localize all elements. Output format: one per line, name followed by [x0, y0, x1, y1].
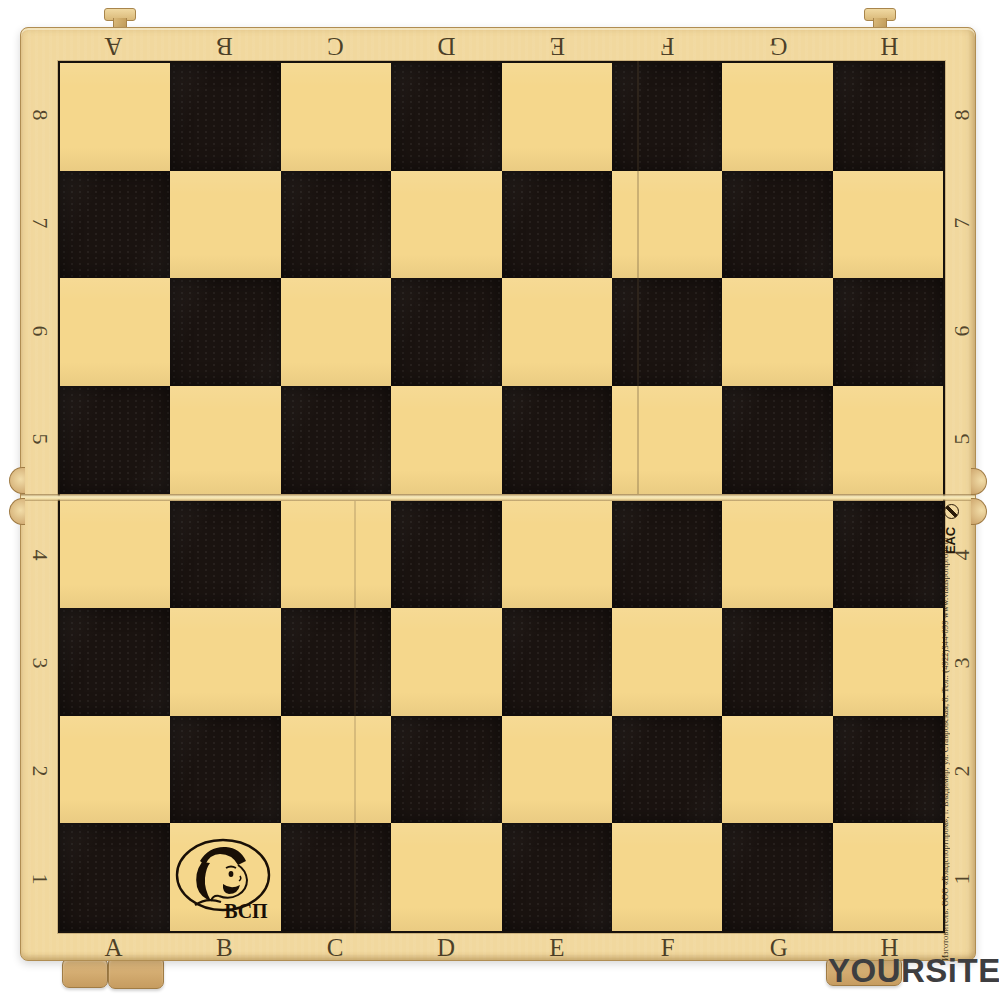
- square-h6[interactable]: [833, 278, 943, 386]
- square-g5[interactable]: [722, 386, 832, 494]
- square-d1[interactable]: [391, 823, 501, 931]
- file-label-top-e: E: [502, 34, 613, 59]
- rank-label-left-2: 2: [29, 765, 51, 776]
- board-photo: ABCDEFGH ABCDEFGH 87654321 87654321 ВСП …: [0, 0, 999, 999]
- square-b4[interactable]: [170, 501, 280, 609]
- square-c3[interactable]: [281, 608, 391, 716]
- square-h2[interactable]: [833, 716, 943, 824]
- square-d5[interactable]: [391, 386, 501, 494]
- square-f7[interactable]: [612, 171, 722, 279]
- square-e6[interactable]: [502, 278, 612, 386]
- square-f5[interactable]: [612, 386, 722, 494]
- square-g1[interactable]: [722, 823, 832, 931]
- square-f1[interactable]: [612, 823, 722, 931]
- square-c6[interactable]: [281, 278, 391, 386]
- vsp-logo-text: ВСП: [224, 900, 268, 922]
- square-g7[interactable]: [722, 171, 832, 279]
- file-labels-bottom: ABCDEFGH: [58, 933, 945, 962]
- square-b3[interactable]: [170, 608, 280, 716]
- file-label-bottom-b: B: [169, 935, 280, 960]
- vsp-logo: ВСП: [173, 837, 277, 927]
- file-label-bottom-f: F: [612, 935, 723, 960]
- square-g8[interactable]: [722, 63, 832, 171]
- hinge-knuckle-left-top: [9, 467, 25, 494]
- square-h7[interactable]: [833, 171, 943, 279]
- wood-joint-line-bottom-half: [354, 501, 356, 933]
- file-label-top-c: C: [280, 34, 391, 59]
- square-a3[interactable]: [60, 608, 170, 716]
- square-a4[interactable]: [60, 501, 170, 609]
- square-f2[interactable]: [612, 716, 722, 824]
- rank-label-right-7: 7: [950, 218, 972, 229]
- square-e3[interactable]: [502, 608, 612, 716]
- logo-hair: [196, 862, 211, 901]
- file-label-bottom-a: A: [58, 935, 169, 960]
- square-f4[interactable]: [612, 501, 722, 609]
- file-label-top-f: F: [612, 34, 723, 59]
- hinge-knuckle-right-bottom: [971, 498, 987, 525]
- file-label-top-g: G: [723, 34, 834, 59]
- chess-board: ABCDEFGH ABCDEFGH 87654321 87654321 ВСП …: [20, 27, 976, 961]
- square-d4[interactable]: [391, 501, 501, 609]
- square-a6[interactable]: [60, 278, 170, 386]
- file-label-top-h: H: [834, 34, 945, 59]
- rank-label-left-5: 5: [29, 434, 51, 445]
- square-c2[interactable]: [281, 716, 391, 824]
- rank-label-left-6: 6: [29, 326, 51, 337]
- square-c8[interactable]: [281, 63, 391, 171]
- square-e1[interactable]: [502, 823, 612, 931]
- square-e4[interactable]: [502, 501, 612, 609]
- rank-label-left-8: 8: [29, 110, 51, 121]
- watermark: YOURSiTE.RU: [828, 952, 999, 990]
- square-e8[interactable]: [502, 63, 612, 171]
- square-c1[interactable]: [281, 823, 391, 931]
- square-a5[interactable]: [60, 386, 170, 494]
- square-e5[interactable]: [502, 386, 612, 494]
- hinge-foot-bottom-left-1: [62, 958, 108, 988]
- square-h4[interactable]: [833, 501, 943, 609]
- hinge-knuckle-left-bottom: [9, 498, 25, 525]
- logo-headscarf: [200, 847, 246, 865]
- square-a7[interactable]: [60, 171, 170, 279]
- fold-seam: [21, 494, 975, 501]
- square-a8[interactable]: [60, 63, 170, 171]
- square-h5[interactable]: [833, 386, 943, 494]
- square-h1[interactable]: [833, 823, 943, 931]
- rank-label-left-7: 7: [29, 218, 51, 229]
- manufacturer-imprint: Изготовитель: ООО «Владспортпром», г. Вл…: [940, 549, 958, 961]
- square-b8[interactable]: [170, 63, 280, 171]
- file-label-bottom-e: E: [502, 935, 613, 960]
- rank-label-left-4: 4: [29, 549, 51, 560]
- square-f6[interactable]: [612, 278, 722, 386]
- square-h3[interactable]: [833, 608, 943, 716]
- file-label-bottom-g: G: [723, 935, 834, 960]
- square-e2[interactable]: [502, 716, 612, 824]
- wood-joint-line-top-half: [637, 61, 639, 494]
- file-label-top-d: D: [391, 34, 502, 59]
- square-b2[interactable]: [170, 716, 280, 824]
- no-hammer-icon: [944, 504, 959, 519]
- square-f8[interactable]: [612, 63, 722, 171]
- square-d3[interactable]: [391, 608, 501, 716]
- file-label-top-b: B: [169, 34, 280, 59]
- square-c5[interactable]: [281, 386, 391, 494]
- rank-label-right-6: 6: [950, 326, 972, 337]
- rank-label-left-3: 3: [29, 657, 51, 668]
- square-g3[interactable]: [722, 608, 832, 716]
- hinge-knuckle-right-top: [971, 468, 987, 495]
- square-c4[interactable]: [281, 501, 391, 609]
- rank-label-right-8: 8: [950, 110, 972, 121]
- square-d8[interactable]: [391, 63, 501, 171]
- square-g4[interactable]: [722, 501, 832, 609]
- file-label-bottom-d: D: [391, 935, 502, 960]
- square-e7[interactable]: [502, 171, 612, 279]
- file-label-top-a: A: [58, 34, 169, 59]
- square-a1[interactable]: [60, 823, 170, 931]
- square-f3[interactable]: [612, 608, 722, 716]
- square-b5[interactable]: [170, 386, 280, 494]
- square-g6[interactable]: [722, 278, 832, 386]
- rank-label-right-5: 5: [950, 434, 972, 445]
- square-b6[interactable]: [170, 278, 280, 386]
- square-d6[interactable]: [391, 278, 501, 386]
- square-d2[interactable]: [391, 716, 501, 824]
- rank-label-left-1: 1: [29, 873, 51, 884]
- square-g2[interactable]: [722, 716, 832, 824]
- file-labels-top: ABCDEFGH: [58, 28, 945, 61]
- square-h8[interactable]: [833, 63, 943, 171]
- square-c7[interactable]: [281, 171, 391, 279]
- square-b7[interactable]: [170, 171, 280, 279]
- file-label-bottom-c: C: [280, 935, 391, 960]
- square-d7[interactable]: [391, 171, 501, 279]
- square-a2[interactable]: [60, 716, 170, 824]
